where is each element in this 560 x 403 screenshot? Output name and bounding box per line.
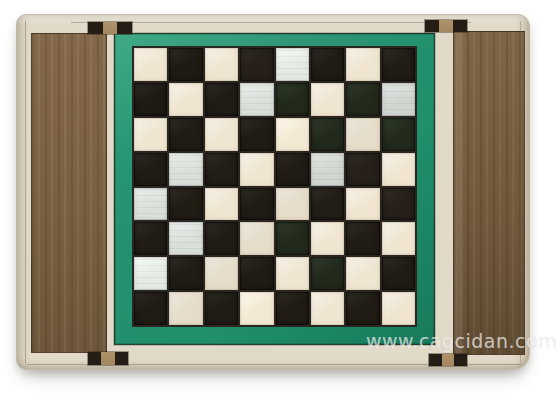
board-square-d7[interactable] <box>240 83 273 116</box>
board-square-e2[interactable] <box>276 257 309 290</box>
inlay-band-top-right <box>424 19 468 33</box>
inlay-segment-black <box>453 20 467 32</box>
board-square-b6[interactable] <box>169 118 202 151</box>
board-square-a3[interactable] <box>134 222 167 255</box>
board-square-d3[interactable] <box>240 222 273 255</box>
inlay-segment-tan <box>101 352 114 365</box>
wood-panel-left <box>31 33 107 353</box>
frame-seam-left <box>25 21 26 363</box>
board-square-b1[interactable] <box>169 292 202 325</box>
green-border <box>114 33 435 345</box>
board-square-h3[interactable] <box>382 222 415 255</box>
inlay-segment-black <box>117 22 132 34</box>
board-square-f5[interactable] <box>311 153 344 186</box>
checkerboard <box>16 14 530 370</box>
board-square-d5[interactable] <box>240 153 273 186</box>
board-square-f6[interactable] <box>311 118 344 151</box>
board-square-d4[interactable] <box>240 188 273 221</box>
photo-background: www.cagcidan.com <box>0 0 560 403</box>
board-square-f1[interactable] <box>311 292 344 325</box>
inlay-segment-black <box>88 22 103 34</box>
board-square-f7[interactable] <box>311 83 344 116</box>
board-square-f2[interactable] <box>311 257 344 290</box>
board-square-e8[interactable] <box>276 48 309 81</box>
board-square-a1[interactable] <box>134 292 167 325</box>
inlay-band-bottom-left <box>87 351 129 366</box>
inlay-segment-black <box>429 354 442 366</box>
inlay-segment-black <box>115 352 128 365</box>
inlay-segment-black <box>454 354 467 366</box>
inlay-segment-tan <box>442 354 455 366</box>
board-square-e7[interactable] <box>276 83 309 116</box>
board-square-a4[interactable] <box>134 188 167 221</box>
board-square-g2[interactable] <box>346 257 379 290</box>
board-square-b4[interactable] <box>169 188 202 221</box>
board-square-d8[interactable] <box>240 48 273 81</box>
frame-seam-right <box>520 21 521 363</box>
board-square-a7[interactable] <box>134 83 167 116</box>
board-square-e3[interactable] <box>276 222 309 255</box>
board-square-h7[interactable] <box>382 83 415 116</box>
board-square-c1[interactable] <box>205 292 238 325</box>
board-square-a5[interactable] <box>134 153 167 186</box>
board-square-d1[interactable] <box>240 292 273 325</box>
board-square-b7[interactable] <box>169 83 202 116</box>
board-square-d6[interactable] <box>240 118 273 151</box>
board-square-c4[interactable] <box>205 188 238 221</box>
board-square-h1[interactable] <box>382 292 415 325</box>
board-square-h5[interactable] <box>382 153 415 186</box>
board-square-h2[interactable] <box>382 257 415 290</box>
inlay-band-top-left <box>87 21 133 35</box>
board-square-g5[interactable] <box>346 153 379 186</box>
inlay-segment-tan <box>439 20 453 32</box>
board-square-c2[interactable] <box>205 257 238 290</box>
wood-panel-right <box>453 31 525 355</box>
board-square-a6[interactable] <box>134 118 167 151</box>
board-square-h8[interactable] <box>382 48 415 81</box>
board-square-e1[interactable] <box>276 292 309 325</box>
board-square-g3[interactable] <box>346 222 379 255</box>
board-square-g4[interactable] <box>346 188 379 221</box>
board-square-c3[interactable] <box>205 222 238 255</box>
board-square-g8[interactable] <box>346 48 379 81</box>
board-square-b2[interactable] <box>169 257 202 290</box>
inlay-segment-black <box>425 20 439 32</box>
board-square-h4[interactable] <box>382 188 415 221</box>
board-square-a8[interactable] <box>134 48 167 81</box>
board-square-f8[interactable] <box>311 48 344 81</box>
board-square-f3[interactable] <box>311 222 344 255</box>
board-square-b3[interactable] <box>169 222 202 255</box>
board-square-g7[interactable] <box>346 83 379 116</box>
board-square-e5[interactable] <box>276 153 309 186</box>
board-square-c7[interactable] <box>205 83 238 116</box>
board-square-h6[interactable] <box>382 118 415 151</box>
board-square-g6[interactable] <box>346 118 379 151</box>
board-square-c8[interactable] <box>205 48 238 81</box>
board-square-g1[interactable] <box>346 292 379 325</box>
board-square-c6[interactable] <box>205 118 238 151</box>
board-grid <box>132 46 417 327</box>
inlay-band-bottom-right <box>428 353 468 367</box>
board-square-b8[interactable] <box>169 48 202 81</box>
board-square-a2[interactable] <box>134 257 167 290</box>
board-square-f4[interactable] <box>311 188 344 221</box>
board-square-c5[interactable] <box>205 153 238 186</box>
inlay-segment-black <box>88 352 101 365</box>
inlay-segment-tan <box>103 22 118 34</box>
board-square-e4[interactable] <box>276 188 309 221</box>
board-square-e6[interactable] <box>276 118 309 151</box>
board-square-d2[interactable] <box>240 257 273 290</box>
board-square-b5[interactable] <box>169 153 202 186</box>
